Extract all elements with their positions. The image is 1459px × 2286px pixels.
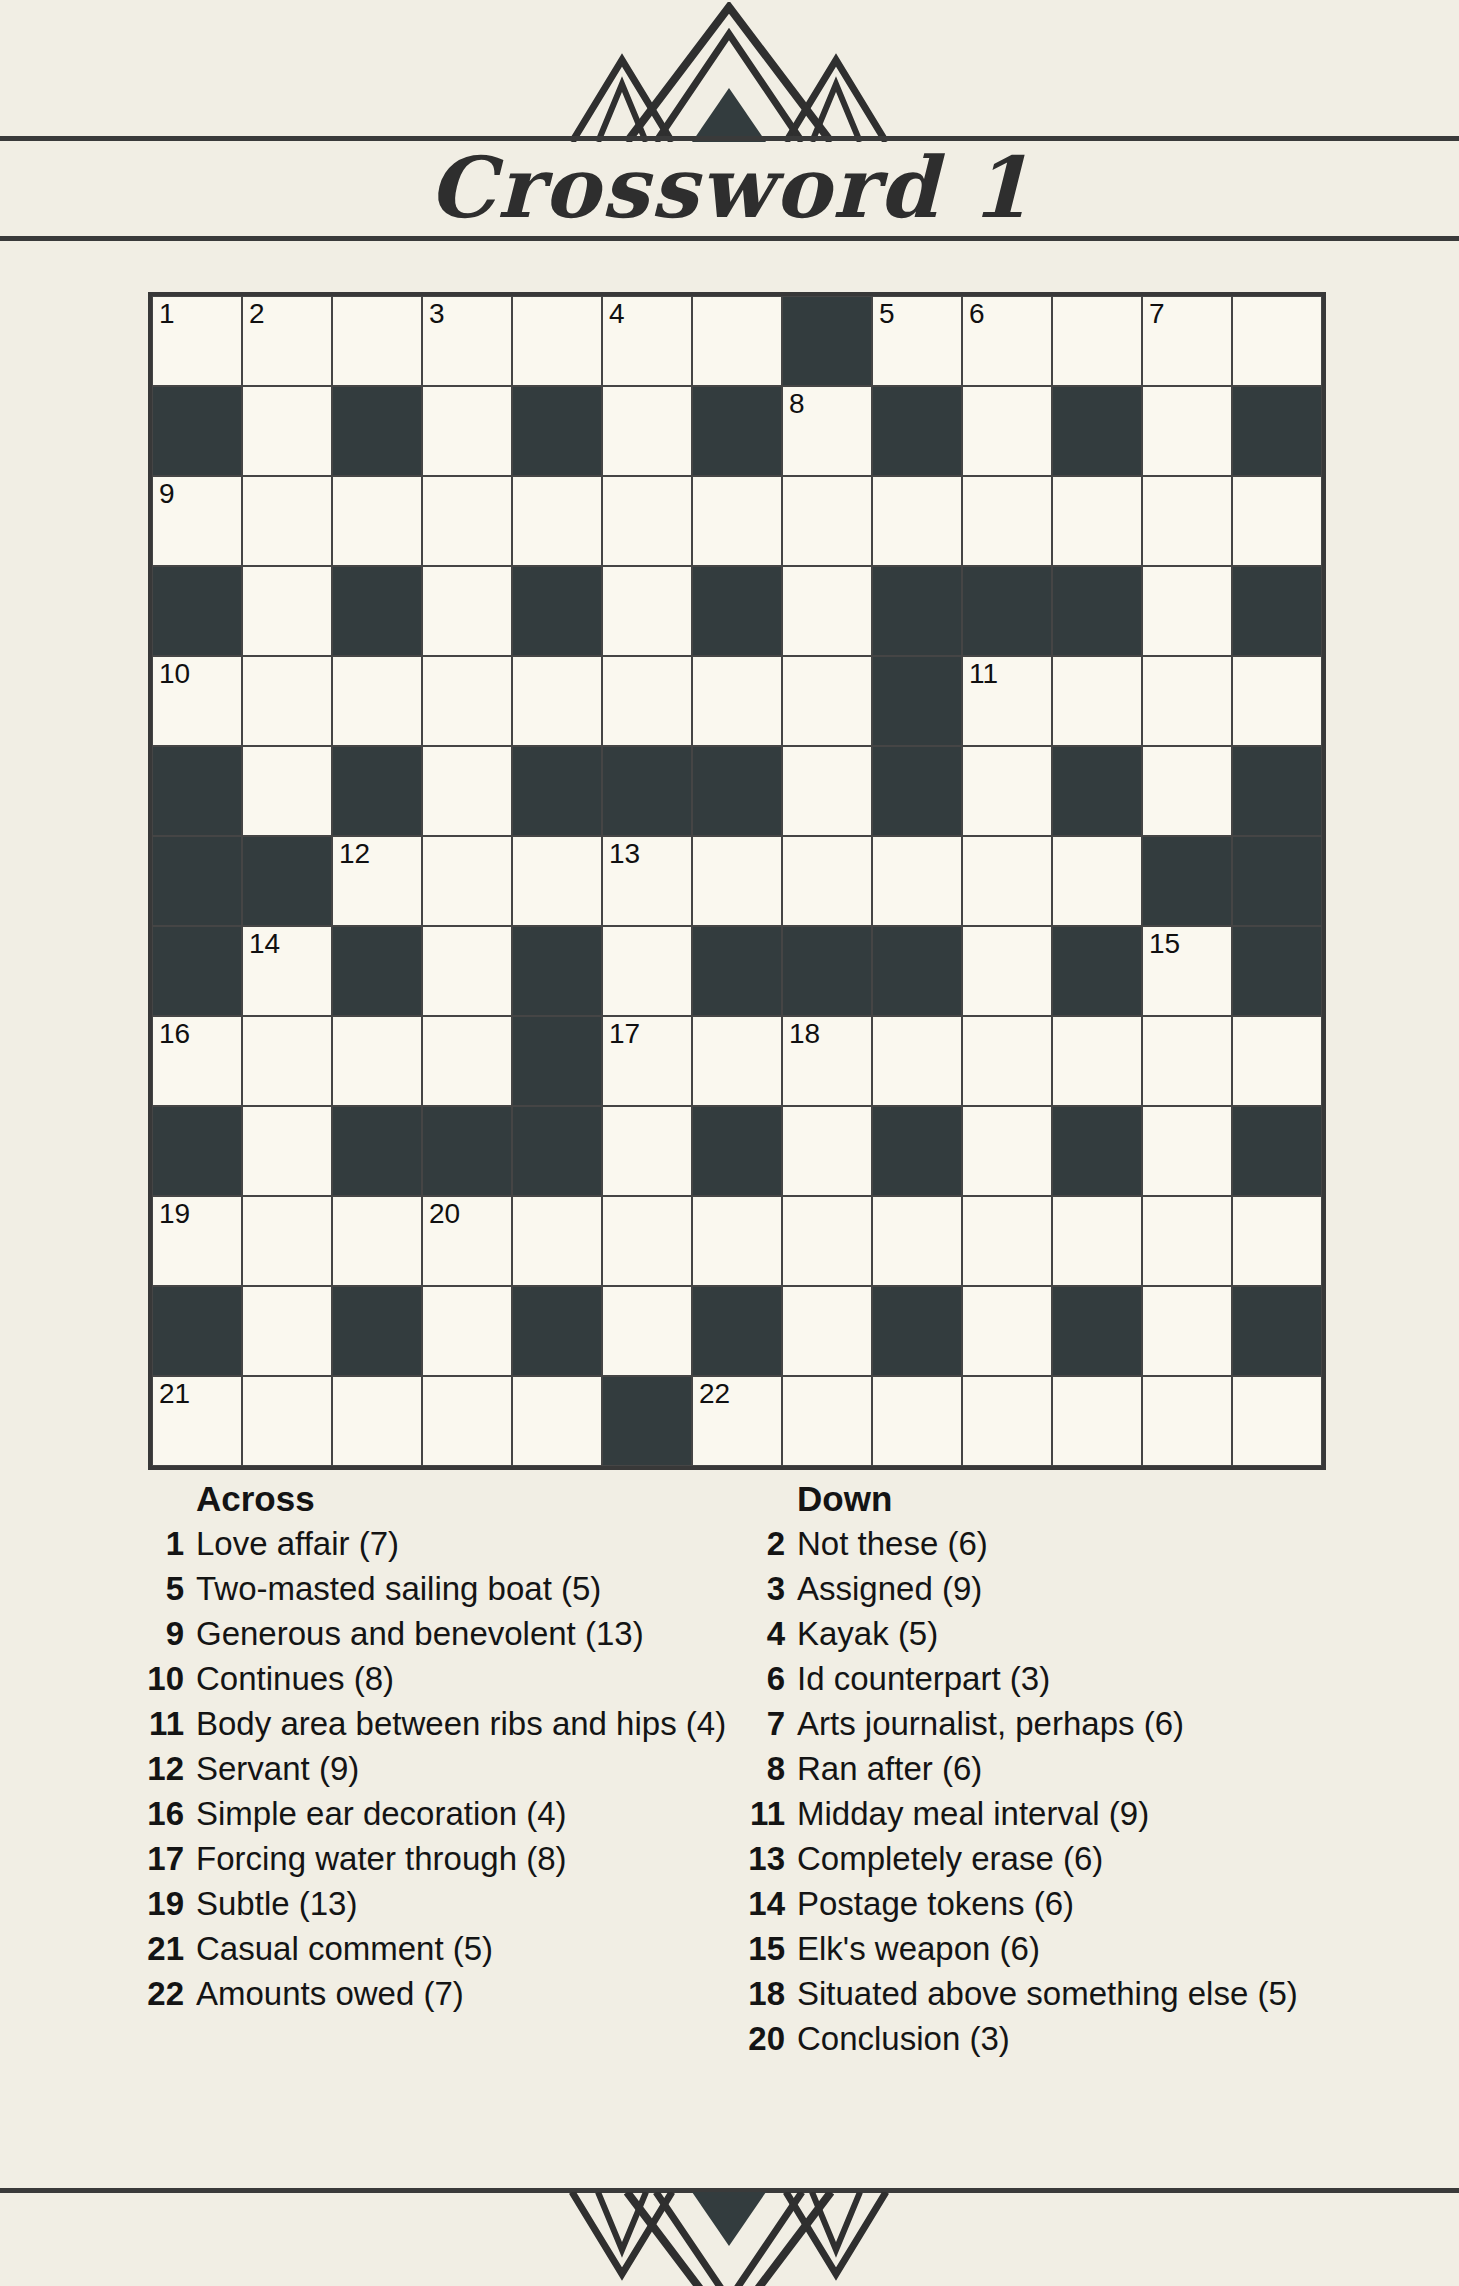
clue-number: 14 [249,929,280,959]
cell-r5c6[interactable] [602,656,692,746]
cell-r10c4-black [422,1106,512,1196]
cell-r10c7-black [692,1106,782,1196]
cell-r3c5[interactable] [512,476,602,566]
cell-r7c1-black [152,836,242,926]
cell-r8c7-black [692,926,782,1016]
cell-r13c2[interactable] [242,1376,332,1466]
clue-num: 22 [140,1971,184,2016]
down-clue-15: 15Elk's weapon (6) [741,1926,1441,1971]
cell-r2c6[interactable] [602,386,692,476]
cell-r4c3-black [332,566,422,656]
cell-r5c8[interactable] [782,656,872,746]
cell-r2c11-black [1052,386,1142,476]
cell-r6c8[interactable] [782,746,872,836]
cell-r7c5[interactable] [512,836,602,926]
cell-r6c7-black [692,746,782,836]
clue-text: Generous and benevolent (13) [196,1611,730,1656]
cell-r10c9-black [872,1106,962,1196]
cell-r10c3-black [332,1106,422,1196]
clue-number: 2 [249,299,265,329]
cell-r11c6[interactable] [602,1196,692,1286]
cell-r13c3[interactable] [332,1376,422,1466]
cell-r11c2[interactable] [242,1196,332,1286]
clue-number: 19 [159,1199,190,1229]
cell-r2c9-black [872,386,962,476]
cell-r10c13-black [1232,1106,1322,1196]
cell-r10c1-black [152,1106,242,1196]
clue-text: Love affair (7) [196,1521,730,1566]
clue-text: Amounts owed (7) [196,1971,730,2016]
cell-r9c1[interactable]: 16 [152,1016,242,1106]
cell-r3c1[interactable]: 9 [152,476,242,566]
cell-r1c8-black [782,296,872,386]
cell-r6c12[interactable] [1142,746,1232,836]
clue-text: Servant (9) [196,1746,730,1791]
cell-r3c4[interactable] [422,476,512,566]
cell-r12c1-black [152,1286,242,1376]
clue-num: 8 [741,1746,785,1791]
clue-num: 10 [140,1656,184,1701]
cell-r11c5[interactable] [512,1196,602,1286]
clue-number: 7 [1149,299,1165,329]
cell-r6c11-black [1052,746,1142,836]
cell-r9c4[interactable] [422,1016,512,1106]
clue-text: Continues (8) [196,1656,730,1701]
cell-r5c10[interactable]: 11 [962,656,1052,746]
cell-r11c3[interactable] [332,1196,422,1286]
clue-text: Assigned (9) [797,1566,1441,1611]
cell-r7c10[interactable] [962,836,1052,926]
cell-r7c3[interactable]: 12 [332,836,422,926]
cell-r9c10[interactable] [962,1016,1052,1106]
clue-text: Conclusion (3) [797,2016,1441,2061]
clue-number: 3 [429,299,445,329]
cell-r8c8-black [782,926,872,1016]
cell-r1c5[interactable] [512,296,602,386]
cell-r5c4[interactable] [422,656,512,746]
clue-num: 12 [140,1746,184,1791]
clue-num: 16 [140,1791,184,1836]
clue-number: 4 [609,299,625,329]
cell-r4c13-black [1232,566,1322,656]
down-clue-6: 6Id counterpart (3) [741,1656,1441,1701]
cell-r3c11[interactable] [1052,476,1142,566]
cell-r5c3[interactable] [332,656,422,746]
clue-number: 8 [789,389,805,419]
down-clue-3: 3Assigned (9) [741,1566,1441,1611]
cell-r9c13[interactable] [1232,1016,1322,1106]
clue-text: Not these (6) [797,1521,1441,1566]
crossword-grid: 12345678910111213141516171819202122 [148,292,1326,1470]
clue-text: Completely erase (6) [797,1836,1441,1881]
cell-r8c12[interactable]: 15 [1142,926,1232,1016]
cell-r5c7[interactable] [692,656,782,746]
cell-r8c3-black [332,926,422,1016]
cell-r4c6[interactable] [602,566,692,656]
cell-r4c11-black [1052,566,1142,656]
cell-r9c2[interactable] [242,1016,332,1106]
cell-r11c10[interactable] [962,1196,1052,1286]
cell-r4c4[interactable] [422,566,512,656]
cell-r7c13-black [1232,836,1322,926]
down-clue-4: 4Kayak (5) [741,1611,1441,1656]
cell-r13c9[interactable] [872,1376,962,1466]
cell-r8c9-black [872,926,962,1016]
clue-text: Id counterpart (3) [797,1656,1441,1701]
cell-r11c4[interactable]: 20 [422,1196,512,1286]
clue-text: Body area between ribs and hips (4) [196,1701,730,1746]
cell-r12c13-black [1232,1286,1322,1376]
across-clue-21: 21Casual comment (5) [140,1926,730,1971]
cell-r3c2[interactable] [242,476,332,566]
clue-number: 12 [339,839,370,869]
cell-r12c2[interactable] [242,1286,332,1376]
cell-r4c7-black [692,566,782,656]
clue-num: 3 [741,1566,785,1611]
across-clue-17: 17Forcing water through (8) [140,1836,730,1881]
cell-r2c10[interactable] [962,386,1052,476]
cell-r6c10[interactable] [962,746,1052,836]
cell-r10c2[interactable] [242,1106,332,1196]
cell-r13c6-black [602,1376,692,1466]
cell-r1c6[interactable]: 4 [602,296,692,386]
clue-number: 15 [1149,929,1180,959]
cell-r8c5-black [512,926,602,1016]
cell-r9c11[interactable] [1052,1016,1142,1106]
cell-r10c8[interactable] [782,1106,872,1196]
cell-r5c1[interactable]: 10 [152,656,242,746]
clue-text: Casual comment (5) [196,1926,730,1971]
clue-number: 17 [609,1019,640,1049]
clue-num: 11 [741,1791,785,1836]
clue-num: 6 [741,1656,785,1701]
cell-r4c8[interactable] [782,566,872,656]
cell-r1c1[interactable]: 1 [152,296,242,386]
page-title: Crossword 1 [0,138,1459,238]
cell-r6c13-black [1232,746,1322,836]
clue-number: 1 [159,299,175,329]
cell-r10c10[interactable] [962,1106,1052,1196]
clue-num: 21 [140,1926,184,1971]
cell-r9c3[interactable] [332,1016,422,1106]
cell-r3c13[interactable] [1232,476,1322,566]
clue-text: Kayak (5) [797,1611,1441,1656]
clue-number: 5 [879,299,895,329]
clue-text: Subtle (13) [196,1881,730,1926]
banner-line-bottom [0,236,1459,241]
cell-r6c9-black [872,746,962,836]
cell-r6c2[interactable] [242,746,332,836]
cell-r5c2[interactable] [242,656,332,746]
cell-r9c9[interactable] [872,1016,962,1106]
cell-r4c9-black [872,566,962,656]
cell-r1c11[interactable] [1052,296,1142,386]
cell-r8c11-black [1052,926,1142,1016]
clue-num: 14 [741,1881,785,1926]
cell-r12c8[interactable] [782,1286,872,1376]
cell-r1c2[interactable]: 2 [242,296,332,386]
down-clue-2: 2Not these (6) [741,1521,1441,1566]
down-clue-13: 13Completely erase (6) [741,1836,1441,1881]
clue-num: 9 [140,1611,184,1656]
across-clue-19: 19Subtle (13) [140,1881,730,1926]
clue-number: 11 [969,659,998,689]
down-clue-14: 14Postage tokens (6) [741,1881,1441,1926]
cell-r4c1-black [152,566,242,656]
clue-number: 21 [159,1379,190,1409]
cell-r5c9-black [872,656,962,746]
cell-r2c2[interactable] [242,386,332,476]
cell-r3c12[interactable] [1142,476,1232,566]
clue-num: 4 [741,1611,785,1656]
cell-r11c7[interactable] [692,1196,782,1286]
cell-r12c11-black [1052,1286,1142,1376]
cell-r6c6-black [602,746,692,836]
across-clue-1: 1Love affair (7) [140,1521,730,1566]
clue-number: 16 [159,1019,190,1049]
clue-num: 2 [741,1521,785,1566]
across-clue-11: 11Body area between ribs and hips (4) [140,1701,730,1746]
across-clues-section: Across 1Love affair (7)5Two-masted saili… [140,1478,730,2016]
cell-r9c12[interactable] [1142,1016,1232,1106]
cell-r6c1-black [152,746,242,836]
cell-r11c13[interactable] [1232,1196,1322,1286]
cell-r2c4[interactable] [422,386,512,476]
cell-r11c8[interactable] [782,1196,872,1286]
cell-r3c10[interactable] [962,476,1052,566]
cell-r13c7[interactable]: 22 [692,1376,782,1466]
cell-r12c7-black [692,1286,782,1376]
cell-r8c2[interactable]: 14 [242,926,332,1016]
cell-r5c11[interactable] [1052,656,1142,746]
clue-number: 22 [699,1379,730,1409]
down-clue-11: 11Midday meal interval (9) [741,1791,1441,1836]
down-clues-section: Down 2Not these (6)3Assigned (9)4Kayak (… [741,1478,1441,2061]
cell-r11c1[interactable]: 19 [152,1196,242,1286]
across-clue-10: 10Continues (8) [140,1656,730,1701]
cell-r10c5-black [512,1106,602,1196]
cell-r7c8[interactable] [782,836,872,926]
clue-text: Ran after (6) [797,1746,1441,1791]
cell-r6c3-black [332,746,422,836]
cell-r8c4[interactable] [422,926,512,1016]
cell-r4c2[interactable] [242,566,332,656]
cell-r3c3[interactable] [332,476,422,566]
down-clue-8: 8Ran after (6) [741,1746,1441,1791]
clue-num: 15 [741,1926,785,1971]
clue-num: 1 [140,1521,184,1566]
cell-r12c12[interactable] [1142,1286,1232,1376]
across-clue-22: 22Amounts owed (7) [140,1971,730,2016]
clue-text: Elk's weapon (6) [797,1926,1441,1971]
across-list: 1Love affair (7)5Two-masted sailing boat… [140,1521,730,2016]
cell-r7c2-black [242,836,332,926]
clue-num: 5 [140,1566,184,1611]
clue-text: Situated above something else (5) [797,1971,1441,2016]
cell-r10c6[interactable] [602,1106,692,1196]
cell-r10c11-black [1052,1106,1142,1196]
cell-r11c11[interactable] [1052,1196,1142,1286]
cell-r13c4[interactable] [422,1376,512,1466]
cell-r12c4[interactable] [422,1286,512,1376]
cell-r11c9[interactable] [872,1196,962,1286]
cell-r2c13-black [1232,386,1322,476]
puzzle-page: Crossword 1 1234567891011121314151617181… [0,0,1459,2286]
cell-r12c5-black [512,1286,602,1376]
cell-r7c7[interactable] [692,836,782,926]
cell-r9c7[interactable] [692,1016,782,1106]
across-header: Across [196,1478,730,1520]
clue-num: 11 [140,1701,184,1746]
cell-r5c13[interactable] [1232,656,1322,746]
clue-num: 7 [741,1701,785,1746]
across-clue-5: 5Two-masted sailing boat (5) [140,1566,730,1611]
cell-r6c5-black [512,746,602,836]
clue-text: Arts journalist, perhaps (6) [797,1701,1441,1746]
down-clue-7: 7Arts journalist, perhaps (6) [741,1701,1441,1746]
cell-r2c1-black [152,386,242,476]
cell-r1c4[interactable]: 3 [422,296,512,386]
clue-number: 10 [159,659,190,689]
clue-number: 6 [969,299,985,329]
clue-text: Postage tokens (6) [797,1881,1441,1926]
mountain-logo-bottom [564,2192,894,2286]
cell-r5c12[interactable] [1142,656,1232,746]
cell-r8c1-black [152,926,242,1016]
down-list: 2Not these (6)3Assigned (9)4Kayak (5)6Id… [741,1521,1441,2061]
clue-num: 13 [741,1836,785,1881]
down-header: Down [797,1478,1441,1520]
cell-r1c12[interactable]: 7 [1142,296,1232,386]
cell-r9c6[interactable]: 17 [602,1016,692,1106]
cell-r13c13[interactable] [1232,1376,1322,1466]
cell-r2c12[interactable] [1142,386,1232,476]
cell-r1c9[interactable]: 5 [872,296,962,386]
cell-r5c5[interactable] [512,656,602,746]
cell-r6c4[interactable] [422,746,512,836]
cell-r13c1[interactable]: 21 [152,1376,242,1466]
cell-r7c12-black [1142,836,1232,926]
clue-num: 17 [140,1836,184,1881]
cell-r8c6[interactable] [602,926,692,1016]
clue-number: 18 [789,1019,820,1049]
across-clue-9: 9Generous and benevolent (13) [140,1611,730,1656]
cell-r3c9[interactable] [872,476,962,566]
clue-num: 20 [741,2016,785,2061]
clue-num: 18 [741,1971,785,2016]
cell-r12c9-black [872,1286,962,1376]
across-clue-12: 12Servant (9) [140,1746,730,1791]
cell-r2c8[interactable]: 8 [782,386,872,476]
cell-r7c6[interactable]: 13 [602,836,692,926]
cell-r13c8[interactable] [782,1376,872,1466]
cell-r11c12[interactable] [1142,1196,1232,1286]
cell-r8c10[interactable] [962,926,1052,1016]
cell-r3c7[interactable] [692,476,782,566]
cell-r12c3-black [332,1286,422,1376]
cell-r8c13-black [1232,926,1322,1016]
cell-r12c6[interactable] [602,1286,692,1376]
cell-r7c4[interactable] [422,836,512,926]
cell-r3c6[interactable] [602,476,692,566]
cell-r9c8[interactable]: 18 [782,1016,872,1106]
cell-r4c12[interactable] [1142,566,1232,656]
clue-text: Forcing water through (8) [196,1836,730,1881]
clue-text: Two-masted sailing boat (5) [196,1566,730,1611]
cell-r13c12[interactable] [1142,1376,1232,1466]
cell-r2c7-black [692,386,782,476]
cell-r12c10[interactable] [962,1286,1052,1376]
cell-r1c7[interactable] [692,296,782,386]
cell-r13c11[interactable] [1052,1376,1142,1466]
cell-r4c5-black [512,566,602,656]
cell-r1c3[interactable] [332,296,422,386]
cell-r9c5-black [512,1016,602,1106]
mountain-logo-top [564,2,894,142]
cell-r7c9[interactable] [872,836,962,926]
cell-r1c10[interactable]: 6 [962,296,1052,386]
cell-r13c10[interactable] [962,1376,1052,1466]
clue-text: Simple ear decoration (4) [196,1791,730,1836]
down-clue-20: 20Conclusion (3) [741,2016,1441,2061]
cell-r2c3-black [332,386,422,476]
cell-r10c12[interactable] [1142,1106,1232,1196]
clue-number: 9 [159,479,175,509]
cell-r13c5[interactable] [512,1376,602,1466]
clue-number: 13 [609,839,640,869]
across-clue-16: 16Simple ear decoration (4) [140,1791,730,1836]
cell-r2c5-black [512,386,602,476]
clue-num: 19 [140,1881,184,1926]
clue-text: Midday meal interval (9) [797,1791,1441,1836]
cell-r3c8[interactable] [782,476,872,566]
cell-r7c11[interactable] [1052,836,1142,926]
down-clue-18: 18Situated above something else (5) [741,1971,1441,2016]
cell-r1c13[interactable] [1232,296,1322,386]
clue-number: 20 [429,1199,460,1229]
cell-r4c10-black [962,566,1052,656]
